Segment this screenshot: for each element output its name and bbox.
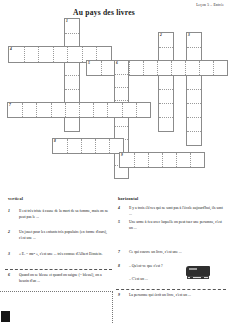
clue-text: Ce qui couvre un livre, c'est une ... xyxy=(129,250,226,256)
word-strip-2: 2 xyxy=(158,32,174,132)
grid-cell[interactable] xyxy=(187,75,201,89)
grid-cell[interactable]: 8 xyxy=(53,139,67,153)
grid-cell[interactable] xyxy=(53,47,68,62)
clue-number: 9 xyxy=(118,293,120,299)
across-clues-heading: horizontal xyxy=(118,196,138,201)
grid-cell[interactable] xyxy=(187,47,201,61)
clue-across-7: 7 Ce qui couvre un livre, c'est une ... xyxy=(118,250,226,256)
grid-cell[interactable] xyxy=(109,139,123,153)
clue-text: « E. = mc² », c'est une ... très connue … xyxy=(19,252,112,258)
word-strip-7: 7 xyxy=(7,102,151,118)
grid-cell[interactable] xyxy=(162,153,176,167)
grid-clue-number: 9 xyxy=(121,154,123,158)
grid-cell[interactable] xyxy=(159,89,173,103)
grid-cell[interactable]: 1 xyxy=(65,19,79,33)
clue-number: 3 xyxy=(8,252,10,258)
grid-cell[interactable] xyxy=(67,139,81,153)
clue-across-8: 8 – Qu'est-ce que c'est ? – C'est un ... xyxy=(118,264,182,282)
left-column-separator xyxy=(5,269,112,270)
clue-across-4: 4 Il y a trois élèves qui ne sont pas à … xyxy=(118,206,226,217)
grid-clue-number: 7 xyxy=(9,104,11,108)
grid-cell[interactable] xyxy=(122,103,136,117)
grid-cell[interactable]: 2 xyxy=(159,33,173,47)
cut-line-horizontal xyxy=(0,291,113,292)
grid-cell[interactable] xyxy=(159,103,173,117)
grid-cell[interactable] xyxy=(187,131,201,145)
grid-cell[interactable] xyxy=(115,87,128,100)
clue-text: La personne qui écrit un livre, c'est un… xyxy=(129,293,226,299)
word-strip-5: 5 xyxy=(86,60,228,76)
grid-cell[interactable] xyxy=(115,74,128,87)
grid-cell[interactable]: 6 xyxy=(115,61,128,74)
clue-number: 6 xyxy=(8,273,10,279)
book-detail xyxy=(201,277,204,279)
clue-across-5: 5 Une arme à feu avec laquelle on peut t… xyxy=(118,220,226,231)
grid-cell[interactable] xyxy=(65,117,79,131)
grid-cell[interactable] xyxy=(176,153,190,167)
crossword-grid: 123456789 xyxy=(0,0,228,190)
book-highlight xyxy=(189,268,197,270)
word-strip-3: 3 xyxy=(186,32,202,146)
clue-text: Il est très triste à cause de la mort de… xyxy=(19,209,112,220)
grid-cell[interactable] xyxy=(38,47,53,62)
grid-cell[interactable] xyxy=(65,103,79,117)
grid-cell[interactable] xyxy=(190,153,204,167)
word-strip-9: 9 xyxy=(119,152,205,168)
grid-cell[interactable] xyxy=(136,103,150,117)
clue-number: 8 xyxy=(118,264,120,270)
grid-cell[interactable] xyxy=(24,47,39,62)
grid-cell[interactable] xyxy=(65,75,79,89)
grid-cell[interactable]: 7 xyxy=(8,103,22,117)
clue-number: 2 xyxy=(8,230,10,236)
word-strip-8: 8 xyxy=(52,138,124,154)
grid-cell[interactable] xyxy=(79,103,93,117)
grid-cell[interactable] xyxy=(22,103,36,117)
grid-cell[interactable]: 9 xyxy=(120,153,134,167)
grid-clue-number: 4 xyxy=(10,48,12,52)
clue-text: Quand on se blesse et quand on saigne (=… xyxy=(19,273,112,284)
clue-down-3: 3 « E. = mc² », c'est une ... très connu… xyxy=(8,252,112,258)
grid-cell[interactable] xyxy=(134,153,148,167)
grid-cell[interactable] xyxy=(185,61,199,75)
grid-cell[interactable] xyxy=(171,61,185,75)
grid-cell[interactable] xyxy=(159,47,173,61)
grid-cell[interactable] xyxy=(67,47,82,62)
clue-text: Une arme à feu avec laquelle on peut tue… xyxy=(129,220,226,231)
grid-clue-number: 6 xyxy=(116,62,118,66)
down-clues-heading: vertical xyxy=(8,196,23,201)
grid-cell[interactable]: 5 xyxy=(87,61,101,75)
grid-cell[interactable] xyxy=(65,89,79,103)
grid-cell[interactable] xyxy=(51,103,65,117)
grid-cell[interactable]: 3 xyxy=(187,33,201,47)
grid-clue-number: 3 xyxy=(188,34,190,38)
grid-cell[interactable] xyxy=(199,61,213,75)
grid-cell[interactable] xyxy=(81,139,95,153)
grid-cell[interactable] xyxy=(159,117,173,131)
grid-cell[interactable] xyxy=(213,61,227,75)
grid-cell[interactable] xyxy=(65,33,79,47)
grid-cell[interactable] xyxy=(107,103,121,117)
grid-cell[interactable] xyxy=(93,103,107,117)
grid-cell[interactable] xyxy=(187,89,201,103)
grid-cell[interactable] xyxy=(187,103,201,117)
grid-clue-number: 2 xyxy=(160,34,162,38)
grid-clue-number: 5 xyxy=(88,62,90,66)
grid-cell[interactable] xyxy=(65,61,79,75)
book-icon xyxy=(186,266,210,280)
page-corner-mark xyxy=(1,311,10,322)
grid-cell[interactable] xyxy=(157,61,171,75)
grid-clue-number: 8 xyxy=(54,140,56,144)
grid-cell[interactable] xyxy=(101,61,115,75)
clue-number: 5 xyxy=(118,220,120,226)
clue-question: – Qu'est-ce que c'est ? xyxy=(129,264,182,270)
clue-number: 7 xyxy=(118,250,120,256)
grid-cell[interactable] xyxy=(148,153,162,167)
clue-down-2: 2 Un jouet pour les enfants très populai… xyxy=(8,230,112,241)
clue-down-1: 1 Il est très triste à cause de la mort … xyxy=(8,209,112,220)
grid-cell[interactable] xyxy=(187,117,201,131)
grid-clue-number: 1 xyxy=(66,20,68,24)
clue-number: 4 xyxy=(118,206,120,212)
cut-line-vertical xyxy=(112,291,113,323)
clue-text: Un jouet pour les enfants très populaire… xyxy=(19,230,112,241)
grid-cell[interactable] xyxy=(159,75,173,89)
clue-number: 1 xyxy=(8,209,10,215)
grid-cell[interactable] xyxy=(95,139,109,153)
clue-text: Il y a trois élèves qui ne sont pas à l'… xyxy=(129,206,226,217)
grid-cell[interactable]: 4 xyxy=(9,47,24,62)
grid-cell[interactable] xyxy=(143,61,157,75)
right-column-separator xyxy=(116,289,226,290)
clue-across-9: 9 La personne qui écrit un livre, c'est … xyxy=(118,293,226,299)
book-detail xyxy=(190,277,193,279)
grid-cell[interactable] xyxy=(129,61,143,75)
clue-down-6: 6 Quand on se blesse et quand on saigne … xyxy=(8,273,112,284)
clue-answer-prompt: – C'est un ... xyxy=(129,277,182,283)
worksheet-page: Leçon 5 – Entrée Au pays des livres 1234… xyxy=(0,0,228,323)
grid-cell[interactable] xyxy=(36,103,50,117)
